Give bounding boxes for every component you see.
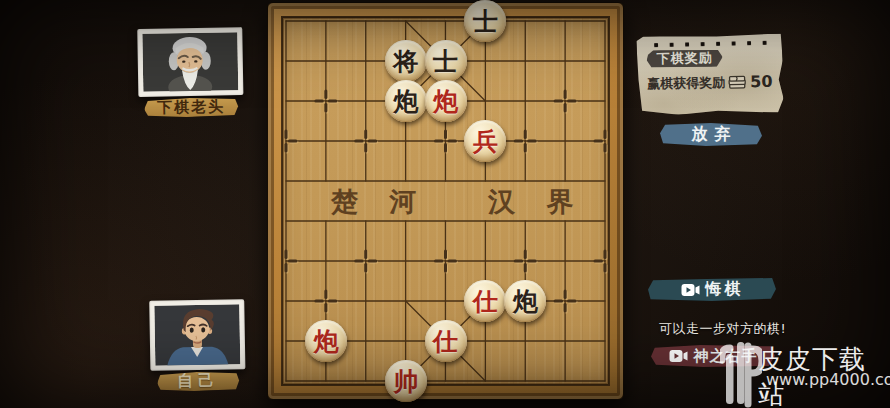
watermark-url: www.pp4000.com	[766, 370, 890, 389]
piece-red-general[interactable]: 帅	[385, 360, 427, 402]
opponent-name-banner: 下棋老头	[144, 97, 238, 118]
piece-red-advisor[interactable]: 仕	[425, 320, 467, 362]
self-avatar-young-man	[154, 304, 240, 365]
piece-black-advisor[interactable]: 士	[425, 40, 467, 82]
give-up-button[interactable]: 放弃	[660, 123, 762, 146]
game-screen: 下棋老头 自己	[0, 0, 890, 408]
give-up-label: 放弃	[685, 124, 738, 145]
piece-red-cannon[interactable]: 炮	[305, 320, 347, 362]
watermark-site: 皮皮下载站	[758, 342, 890, 408]
opponent-player-card: 下棋老头	[137, 27, 244, 118]
reward-title-ribbon: 下棋奖励	[646, 49, 722, 69]
reward-title: 下棋奖励	[656, 49, 712, 68]
reward-amount: 50	[750, 72, 773, 91]
opponent-avatar-old-man	[142, 32, 238, 92]
gods-hand-button[interactable]: 神之右手	[651, 345, 775, 367]
piece-red-advisor[interactable]: 仕	[464, 280, 506, 322]
piece-black-general[interactable]: 将	[385, 40, 427, 82]
pieces-layer: 士将士炮炮兵仕炮炮仕帅	[281, 16, 610, 386]
piece-black-cannon[interactable]: 炮	[385, 80, 427, 122]
video-ad-icon	[669, 349, 688, 363]
reward-line-label: 赢棋获得奖励	[647, 73, 725, 93]
money-icon	[727, 74, 748, 90]
piece-red-cannon[interactable]: 炮	[425, 80, 467, 122]
self-name-banner: 自己	[157, 371, 239, 391]
self-name: 自己	[177, 371, 219, 393]
piece-red-pawn[interactable]: 兵	[464, 120, 506, 162]
undo-button[interactable]: 悔棋	[648, 278, 776, 301]
reward-line: 赢棋获得奖励 50	[647, 72, 773, 94]
paper-holes	[648, 39, 772, 50]
gods-hand-label: 神之右手	[694, 347, 758, 366]
gods-hand-tip: 可以走一步对方的棋!	[659, 320, 786, 338]
opponent-avatar-frame	[137, 27, 243, 97]
opponent-name: 下棋老头	[157, 97, 225, 117]
piece-black-cannon[interactable]: 炮	[504, 280, 546, 322]
xiangqi-board: 楚 河汉 界 士将士炮炮兵仕炮炮仕帅	[267, 2, 624, 400]
video-ad-icon	[681, 283, 700, 297]
piece-black-advisor[interactable]: 士	[464, 0, 506, 42]
self-player-card: 自己	[149, 299, 246, 392]
undo-label: 悔棋	[706, 279, 744, 300]
reward-note: 下棋奖励 赢棋获得奖励 50	[636, 33, 784, 115]
self-avatar-frame	[149, 299, 245, 371]
